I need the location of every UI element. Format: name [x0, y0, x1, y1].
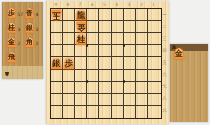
square-1-1[interactable]: [148, 9, 160, 21]
square-2-1[interactable]: [136, 9, 148, 21]
piece-body: 飛: [7, 52, 16, 62]
file-coordinate-labels: 987654321: [50, 1, 160, 8]
sente-hand-piece-金[interactable]: 金: [174, 48, 184, 59]
gote-hand-count-歩: 17: [18, 12, 24, 18]
square-1-6[interactable]: [148, 70, 160, 82]
file-label-3: 3: [123, 1, 135, 8]
piece-kanji: 飛: [8, 52, 15, 62]
square-9-3[interactable]: [51, 33, 63, 45]
piece-body: 歩: [63, 58, 74, 69]
piece-kanji: 歩: [65, 58, 74, 69]
square-3-7[interactable]: [124, 82, 136, 94]
gote-hand-slot-角[interactable]: 角2: [25, 37, 38, 47]
square-3-2[interactable]: [124, 21, 136, 33]
sente-hand-stand: 金: [170, 44, 208, 122]
square-4-8[interactable]: [112, 94, 124, 106]
square-1-4[interactable]: [148, 45, 160, 57]
square-6-8[interactable]: [87, 94, 99, 106]
square-8-7[interactable]: [63, 82, 75, 94]
square-7-4[interactable]: [75, 45, 87, 57]
piece-kanji: 金: [77, 22, 86, 33]
square-2-2[interactable]: [136, 21, 148, 33]
star-point: [123, 80, 126, 83]
gote-hand-piece-桂[interactable]: 桂: [7, 23, 16, 33]
piece-kanji: 金: [175, 48, 183, 59]
square-5-8[interactable]: [99, 94, 111, 106]
square-1-7[interactable]: [148, 82, 160, 94]
gote-hand-piece-飛[interactable]: 飛: [7, 52, 16, 62]
square-2-6[interactable]: [136, 70, 148, 82]
square-4-1[interactable]: [112, 9, 124, 21]
square-5-5[interactable]: [99, 57, 111, 69]
square-1-2[interactable]: [148, 21, 160, 33]
square-4-7[interactable]: [112, 82, 124, 94]
gote-hand-count-銀: 3: [36, 27, 39, 33]
gote-hand-slot-飛[interactable]: 飛: [7, 52, 16, 62]
square-9-4[interactable]: [51, 45, 63, 57]
piece-body: 香: [25, 8, 34, 18]
square-3-5[interactable]: [124, 57, 136, 69]
board-piece-7-1[interactable]: 龍: [76, 10, 87, 21]
piece-body: 金: [7, 37, 16, 47]
square-6-9[interactable]: [87, 106, 99, 118]
square-8-3[interactable]: [63, 33, 75, 45]
square-8-6[interactable]: [63, 70, 75, 82]
gote-hand-slot-香[interactable]: 香4: [25, 8, 38, 18]
file-label-1: 1: [147, 1, 159, 8]
square-3-3[interactable]: [124, 33, 136, 45]
piece-kanji: 龍: [77, 10, 86, 21]
file-label-9: 9: [50, 1, 62, 8]
square-4-4[interactable]: [112, 45, 124, 57]
gote-hand-stand: 歩17香4桂3銀3金2角2飛: [2, 2, 43, 79]
piece-kanji: 桂: [8, 23, 15, 33]
board-piece-9-1[interactable]: 玉: [51, 10, 62, 21]
square-6-6[interactable]: [87, 70, 99, 82]
file-label-4: 4: [111, 1, 123, 8]
square-3-4[interactable]: [124, 45, 136, 57]
square-1-3[interactable]: [148, 33, 160, 45]
square-8-9[interactable]: [63, 106, 75, 118]
square-2-7[interactable]: [136, 82, 148, 94]
gote-hand-piece-歩[interactable]: 歩: [7, 8, 16, 18]
square-6-5[interactable]: [87, 57, 99, 69]
board-piece-7-2[interactable]: 金: [76, 22, 87, 33]
square-8-8[interactable]: [63, 94, 75, 106]
square-4-2[interactable]: [112, 21, 124, 33]
piece-body: 玉: [51, 10, 62, 21]
square-2-3[interactable]: [136, 33, 148, 45]
piece-body: 金: [76, 22, 87, 33]
piece-kanji: 銀: [26, 23, 33, 33]
square-7-9[interactable]: [75, 106, 87, 118]
board-grid: 玉龍金桂銀歩: [50, 8, 162, 119]
square-2-8[interactable]: [136, 94, 148, 106]
star-point: [123, 44, 126, 47]
square-1-5[interactable]: [148, 57, 160, 69]
board-piece-8-5[interactable]: 歩: [63, 58, 74, 69]
piece-body: 桂: [76, 34, 87, 45]
file-label-5: 5: [98, 1, 110, 8]
gote-hand-count-桂: 3: [18, 27, 21, 33]
square-4-3[interactable]: [112, 33, 124, 45]
piece-body: 桂: [7, 23, 16, 33]
gote-hand-slot-金[interactable]: 金2: [7, 37, 20, 47]
gote-hand-slot-歩[interactable]: 歩17: [7, 8, 23, 18]
piece-body: 歩: [7, 8, 16, 18]
square-7-5[interactable]: [75, 57, 87, 69]
file-label-2: 2: [135, 1, 147, 8]
square-5-7[interactable]: [99, 82, 111, 94]
square-9-6[interactable]: [51, 70, 63, 82]
gote-hand-slot-銀[interactable]: 銀3: [25, 23, 38, 33]
square-8-2[interactable]: [63, 21, 75, 33]
piece-body: 金: [174, 48, 184, 59]
piece-kanji: 玉: [52, 10, 61, 21]
square-5-9[interactable]: [99, 106, 111, 118]
gote-hand-piece-金[interactable]: 金: [7, 37, 16, 47]
gote-hand-slot-桂[interactable]: 桂3: [7, 23, 20, 33]
file-label-8: 8: [62, 1, 74, 8]
square-9-2[interactable]: [51, 21, 63, 33]
square-5-4[interactable]: [99, 45, 111, 57]
gote-hand-piece-角[interactable]: 角: [25, 37, 34, 47]
shogi-board: 987654321 一二三四五六七八九 玉龍金桂銀歩: [46, 1, 169, 124]
square-1-8[interactable]: [148, 94, 160, 106]
piece-body: 角: [25, 37, 34, 47]
square-5-6[interactable]: [99, 70, 111, 82]
square-6-1[interactable]: [87, 9, 99, 21]
square-2-4[interactable]: [136, 45, 148, 57]
board-piece-7-3[interactable]: 桂: [76, 34, 87, 45]
gote-hand-count-金: 2: [18, 41, 21, 47]
square-2-9[interactable]: [136, 106, 148, 118]
square-5-3[interactable]: [99, 33, 111, 45]
piece-kanji: 角: [26, 37, 33, 47]
gote-hand-count-香: 4: [36, 12, 39, 18]
square-8-4[interactable]: [63, 45, 75, 57]
gote-hand-piece-銀[interactable]: 銀: [25, 23, 34, 33]
square-6-7[interactable]: [87, 82, 99, 94]
file-label-6: 6: [86, 1, 98, 8]
square-7-7[interactable]: [75, 82, 87, 94]
file-label-7: 7: [74, 1, 86, 8]
square-6-3[interactable]: [87, 33, 99, 45]
square-9-9[interactable]: [51, 106, 63, 118]
piece-body: 龍: [76, 10, 87, 21]
piece-kanji: 桂: [77, 34, 86, 45]
square-8-1[interactable]: [63, 9, 75, 21]
piece-kanji: 金: [8, 37, 15, 47]
gote-hand-piece-香[interactable]: 香: [25, 8, 34, 18]
square-9-8[interactable]: [51, 94, 63, 106]
board-piece-9-5[interactable]: 銀: [51, 58, 62, 69]
square-3-8[interactable]: [124, 94, 136, 106]
piece-body: 銀: [25, 23, 34, 33]
square-3-6[interactable]: [124, 70, 136, 82]
piece-kanji: 歩: [8, 8, 15, 18]
square-4-9[interactable]: [112, 106, 124, 118]
square-5-2[interactable]: [99, 21, 111, 33]
piece-kanji: 銀: [52, 58, 61, 69]
square-4-5[interactable]: [112, 57, 124, 69]
square-5-1[interactable]: [99, 9, 111, 21]
square-6-2[interactable]: [87, 21, 99, 33]
piece-kanji: 香: [26, 8, 33, 18]
square-9-7[interactable]: [51, 82, 63, 94]
square-1-9[interactable]: [148, 106, 160, 118]
gote-hand-count-角: 2: [36, 41, 39, 47]
square-6-4[interactable]: [87, 45, 99, 57]
square-4-6[interactable]: [112, 70, 124, 82]
square-2-5[interactable]: [136, 57, 148, 69]
square-7-8[interactable]: [75, 94, 87, 106]
piece-body: 銀: [51, 58, 62, 69]
square-3-1[interactable]: [124, 9, 136, 21]
square-3-9[interactable]: [124, 106, 136, 118]
